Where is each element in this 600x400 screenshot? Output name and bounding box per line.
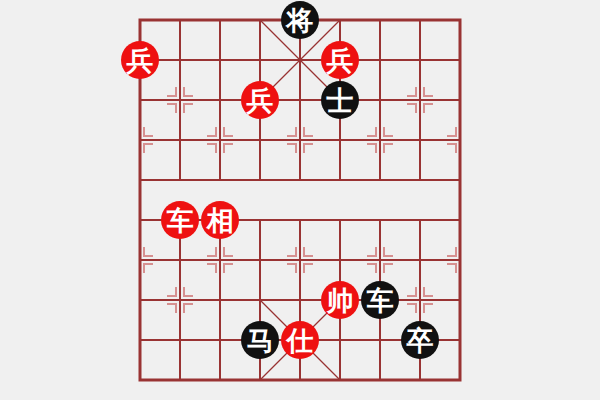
board-intersections: 将兵兵兵士车相帅车马仕卒	[120, 0, 480, 400]
intersection-f2r6	[200, 240, 240, 280]
intersection-f6r0	[360, 0, 400, 40]
intersection-f2r0	[200, 0, 240, 40]
intersection-f1r2	[160, 80, 200, 120]
piece-red-soldier-2[interactable]: 兵	[321, 41, 359, 79]
intersection-f7r4	[400, 160, 440, 200]
intersection-f1r9	[160, 360, 200, 400]
intersection-f3r5	[240, 200, 280, 240]
intersection-f6r6	[360, 240, 400, 280]
piece-black-horse[interactable]: 马	[241, 321, 279, 359]
intersection-f0r4	[120, 160, 160, 200]
intersection-f6r4	[360, 160, 400, 200]
piece-red-advisor[interactable]: 仕	[281, 321, 319, 359]
intersection-f5r8	[320, 320, 360, 360]
intersection-f3r1	[240, 40, 280, 80]
intersection-f1r3	[160, 120, 200, 160]
intersection-f3r8: 马	[240, 320, 280, 360]
intersection-f1r1	[160, 40, 200, 80]
intersection-f1r6	[160, 240, 200, 280]
intersection-f1r7	[160, 280, 200, 320]
intersection-f8r0	[440, 0, 480, 40]
intersection-f3r3	[240, 120, 280, 160]
intersection-f8r3	[440, 120, 480, 160]
intersection-f3r4	[240, 160, 280, 200]
intersection-f0r8	[120, 320, 160, 360]
intersection-f8r6	[440, 240, 480, 280]
intersection-f0r0	[120, 0, 160, 40]
intersection-f1r4	[160, 160, 200, 200]
intersection-f8r7	[440, 280, 480, 320]
intersection-f7r9	[400, 360, 440, 400]
intersection-f7r5	[400, 200, 440, 240]
piece-black-soldier[interactable]: 卒	[401, 321, 439, 359]
intersection-f2r1	[200, 40, 240, 80]
piece-red-soldier-3[interactable]: 兵	[241, 81, 279, 119]
intersection-f4r3	[280, 120, 320, 160]
intersection-f4r9	[280, 360, 320, 400]
intersection-f8r9	[440, 360, 480, 400]
intersection-f2r9	[200, 360, 240, 400]
piece-red-chariot[interactable]: 车	[161, 201, 199, 239]
intersection-f6r7: 车	[360, 280, 400, 320]
intersection-f8r5	[440, 200, 480, 240]
intersection-f4r6	[280, 240, 320, 280]
intersection-f4r4	[280, 160, 320, 200]
intersection-f0r9	[120, 360, 160, 400]
intersection-f0r7	[120, 280, 160, 320]
intersection-f6r9	[360, 360, 400, 400]
intersection-f6r5	[360, 200, 400, 240]
intersection-f2r4	[200, 160, 240, 200]
intersection-f2r2	[200, 80, 240, 120]
piece-red-elephant[interactable]: 相	[201, 201, 239, 239]
intersection-f8r2	[440, 80, 480, 120]
intersection-f5r9	[320, 360, 360, 400]
intersection-f2r7	[200, 280, 240, 320]
intersection-f6r8	[360, 320, 400, 360]
intersection-f5r5	[320, 200, 360, 240]
intersection-f8r4	[440, 160, 480, 200]
intersection-f3r9	[240, 360, 280, 400]
intersection-f0r3	[120, 120, 160, 160]
intersection-f4r8: 仕	[280, 320, 320, 360]
intersection-f1r5: 车	[160, 200, 200, 240]
intersection-f4r0: 将	[280, 0, 320, 40]
intersection-f3r7	[240, 280, 280, 320]
piece-red-general[interactable]: 帅	[321, 281, 359, 319]
intersection-f2r8	[200, 320, 240, 360]
intersection-f0r1: 兵	[120, 40, 160, 80]
piece-black-general[interactable]: 将	[281, 1, 319, 39]
intersection-f7r0	[400, 0, 440, 40]
intersection-f7r1	[400, 40, 440, 80]
intersection-f5r4	[320, 160, 360, 200]
intersection-f5r3	[320, 120, 360, 160]
intersection-f8r1	[440, 40, 480, 80]
xiangqi-board: 将兵兵兵士车相帅车马仕卒	[0, 0, 600, 400]
intersection-f7r7	[400, 280, 440, 320]
intersection-f1r0	[160, 0, 200, 40]
intersection-f3r6	[240, 240, 280, 280]
intersection-f2r3	[200, 120, 240, 160]
intersection-f0r2	[120, 80, 160, 120]
intersection-f4r7	[280, 280, 320, 320]
intersection-f6r3	[360, 120, 400, 160]
intersection-f6r1	[360, 40, 400, 80]
intersection-f1r8	[160, 320, 200, 360]
intersection-f7r6	[400, 240, 440, 280]
piece-black-chariot[interactable]: 车	[361, 281, 399, 319]
piece-black-advisor[interactable]: 士	[321, 81, 359, 119]
intersection-f0r6	[120, 240, 160, 280]
intersection-f2r5: 相	[200, 200, 240, 240]
intersection-f3r2: 兵	[240, 80, 280, 120]
intersection-f5r0	[320, 0, 360, 40]
intersection-f5r2: 士	[320, 80, 360, 120]
intersection-f6r2	[360, 80, 400, 120]
intersection-f4r1	[280, 40, 320, 80]
intersection-f5r1: 兵	[320, 40, 360, 80]
intersection-f7r3	[400, 120, 440, 160]
intersection-f5r6	[320, 240, 360, 280]
intersection-f4r5	[280, 200, 320, 240]
intersection-f8r8	[440, 320, 480, 360]
piece-red-soldier-1[interactable]: 兵	[121, 41, 159, 79]
intersection-f0r5	[120, 200, 160, 240]
intersection-f4r2	[280, 80, 320, 120]
intersection-f5r7: 帅	[320, 280, 360, 320]
intersection-f3r0	[240, 0, 280, 40]
intersection-f7r2	[400, 80, 440, 120]
intersection-f7r8: 卒	[400, 320, 440, 360]
